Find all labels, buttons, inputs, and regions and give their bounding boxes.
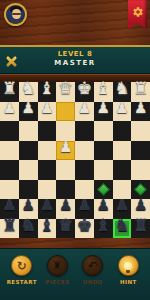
square-h1[interactable]: ♜ — [131, 82, 150, 102]
square-f2[interactable]: ♟ — [94, 102, 113, 122]
square-h3[interactable] — [131, 121, 150, 141]
square-h7[interactable]: ♟ — [131, 199, 150, 219]
square-g3[interactable] — [113, 121, 132, 141]
white-knight-g1: ♞ — [114, 80, 129, 97]
chess-board: ♜♞♝♛♚♝♞♜♟♟♟♟♟♟♟♟♟♟♟♟♟♟♟♟♜♞♝♛♚♝♞♜ — [0, 82, 150, 238]
pieces-label: PIECES — [41, 279, 74, 285]
white-rook-h1: ♜ — [133, 80, 148, 97]
square-b1[interactable]: ♞ — [19, 82, 38, 102]
square-c5[interactable] — [38, 160, 57, 180]
black-bishop-c8: ♝ — [39, 217, 54, 234]
undo-label: UNDO — [76, 279, 109, 285]
avatar-glasses — [12, 13, 21, 16]
gear-icon — [132, 6, 144, 18]
square-a2[interactable]: ♟ — [0, 102, 19, 122]
square-e5[interactable] — [75, 160, 94, 180]
undo-button-circle: ↶ — [82, 255, 103, 276]
square-h5[interactable] — [131, 160, 150, 180]
square-a6[interactable] — [0, 180, 19, 200]
board-frame-top — [0, 74, 150, 82]
square-g7[interactable]: ♟ — [113, 199, 132, 219]
bottom-toolbar: ↻ RESTART ♜ PIECES ↶ UNDO HINT — [0, 248, 150, 300]
square-b6[interactable] — [19, 180, 38, 200]
undo-arrow-icon: ↶ — [88, 260, 98, 272]
black-knight-b8: ♞ — [21, 217, 36, 234]
square-c6[interactable] — [38, 180, 57, 200]
player-avatar[interactable] — [4, 3, 27, 26]
pieces-button[interactable]: ♜ PIECES — [41, 255, 74, 285]
white-bishop-c1: ♝ — [39, 80, 54, 97]
black-pawn-c7: ♟ — [40, 198, 53, 213]
level-banner: LEVEL 8 MASTER — [0, 45, 150, 74]
white-knight-b1: ♞ — [21, 80, 36, 97]
black-pawn-a7: ♟ — [3, 198, 16, 213]
square-e1[interactable]: ♚ — [75, 82, 94, 102]
black-bishop-f8: ♝ — [96, 217, 111, 234]
square-f8[interactable]: ♝ — [94, 219, 113, 239]
square-h6[interactable] — [131, 180, 150, 200]
close-button[interactable] — [5, 55, 17, 67]
settings-button[interactable] — [128, 0, 147, 29]
chess-app-screen: LEVEL 8 MASTER ♜♞♝♛♚♝♞♜♟♟♟♟♟♟♟♟♟♟♟♟♟♟♟♟♜… — [0, 0, 150, 300]
square-b5[interactable] — [19, 160, 38, 180]
square-g5[interactable] — [113, 160, 132, 180]
white-pawn-d4: ♟ — [59, 140, 72, 155]
level-label: LEVEL 8 — [0, 50, 150, 58]
undo-button[interactable]: ↶ UNDO — [76, 255, 109, 285]
black-pawn-d7: ♟ — [59, 198, 72, 213]
square-a7[interactable]: ♟ — [0, 199, 19, 219]
square-d7[interactable]: ♟ — [56, 199, 75, 219]
move-hint-diamond-f6[interactable] — [97, 183, 110, 196]
pieces-button-circle: ♜ — [47, 255, 68, 276]
square-b4[interactable] — [19, 141, 38, 161]
square-a8[interactable]: ♜ — [0, 219, 19, 239]
square-b8[interactable]: ♞ — [19, 219, 38, 239]
square-f6[interactable] — [94, 180, 113, 200]
square-h2[interactable]: ♟ — [131, 102, 150, 122]
rook-icon: ♜ — [52, 260, 63, 272]
move-hint-diamond-h6[interactable] — [134, 183, 147, 196]
avatar-body — [8, 19, 24, 26]
square-h8[interactable]: ♜ — [131, 219, 150, 239]
square-a3[interactable] — [0, 121, 19, 141]
square-g2[interactable]: ♟ — [113, 102, 132, 122]
black-rook-h8: ♜ — [133, 217, 148, 234]
square-c3[interactable] — [38, 121, 57, 141]
square-g8[interactable]: ♞ — [113, 219, 132, 239]
square-e4[interactable] — [75, 141, 94, 161]
square-e6[interactable] — [75, 180, 94, 200]
black-pawn-g7: ♟ — [115, 198, 128, 213]
hint-button[interactable]: HINT — [112, 255, 145, 285]
square-g4[interactable] — [113, 141, 132, 161]
square-f7[interactable]: ♟ — [94, 199, 113, 219]
square-c1[interactable]: ♝ — [38, 82, 57, 102]
square-h4[interactable] — [131, 141, 150, 161]
square-f1[interactable]: ♝ — [94, 82, 113, 102]
square-c7[interactable]: ♟ — [38, 199, 57, 219]
white-queen-d1: ♛ — [58, 80, 73, 97]
white-pawn-a2: ♟ — [3, 101, 16, 116]
square-d2[interactable] — [56, 102, 75, 122]
square-d4[interactable]: ♟ — [56, 141, 75, 161]
white-rook-a1: ♜ — [2, 80, 17, 97]
black-pawn-h7: ♟ — [134, 198, 147, 213]
square-a4[interactable] — [0, 141, 19, 161]
square-e8[interactable]: ♚ — [75, 219, 94, 239]
square-b3[interactable] — [19, 121, 38, 141]
square-e2[interactable]: ♟ — [75, 102, 94, 122]
square-c8[interactable]: ♝ — [38, 219, 57, 239]
square-f3[interactable] — [94, 121, 113, 141]
square-a5[interactable] — [0, 160, 19, 180]
square-f5[interactable] — [94, 160, 113, 180]
white-pawn-b2: ♟ — [21, 101, 34, 116]
white-pawn-f2: ♟ — [96, 101, 109, 116]
square-d3[interactable] — [56, 121, 75, 141]
square-f4[interactable] — [94, 141, 113, 161]
black-rook-a8: ♜ — [2, 217, 17, 234]
square-d5[interactable] — [56, 160, 75, 180]
hint-label: HINT — [112, 279, 145, 285]
restart-label: RESTART — [5, 279, 38, 285]
white-pawn-h2: ♟ — [134, 101, 147, 116]
square-a1[interactable]: ♜ — [0, 82, 19, 102]
black-king-e8: ♚ — [77, 217, 92, 234]
square-e7[interactable]: ♟ — [75, 199, 94, 219]
square-g1[interactable]: ♞ — [113, 82, 132, 102]
white-king-e1: ♚ — [77, 80, 92, 97]
square-d1[interactable]: ♛ — [56, 82, 75, 102]
board-frame-bottom — [0, 238, 150, 248]
restart-button[interactable]: ↻ RESTART — [5, 255, 38, 285]
black-pawn-e7: ♟ — [78, 198, 91, 213]
square-d8[interactable]: ♛ — [56, 219, 75, 239]
square-e3[interactable] — [75, 121, 94, 141]
square-b2[interactable]: ♟ — [19, 102, 38, 122]
hint-button-circle — [118, 255, 139, 276]
restart-arrow-icon: ↻ — [17, 260, 27, 272]
level-subtitle: MASTER — [0, 59, 150, 67]
black-queen-d8: ♛ — [58, 217, 73, 234]
black-pawn-f7: ♟ — [96, 198, 109, 213]
restart-button-circle: ↻ — [11, 255, 32, 276]
black-pawn-b7: ♟ — [21, 198, 34, 213]
white-pawn-g2: ♟ — [115, 101, 128, 116]
square-c4[interactable] — [38, 141, 57, 161]
lightbulb-icon — [124, 262, 132, 270]
white-pawn-e2: ♟ — [78, 101, 91, 116]
black-knight-g8: ♞ — [114, 217, 129, 234]
white-pawn-c2: ♟ — [40, 101, 53, 116]
square-b7[interactable]: ♟ — [19, 199, 38, 219]
square-g6[interactable] — [113, 180, 132, 200]
white-bishop-f1: ♝ — [96, 80, 111, 97]
square-d6[interactable] — [56, 180, 75, 200]
square-c2[interactable]: ♟ — [38, 102, 57, 122]
